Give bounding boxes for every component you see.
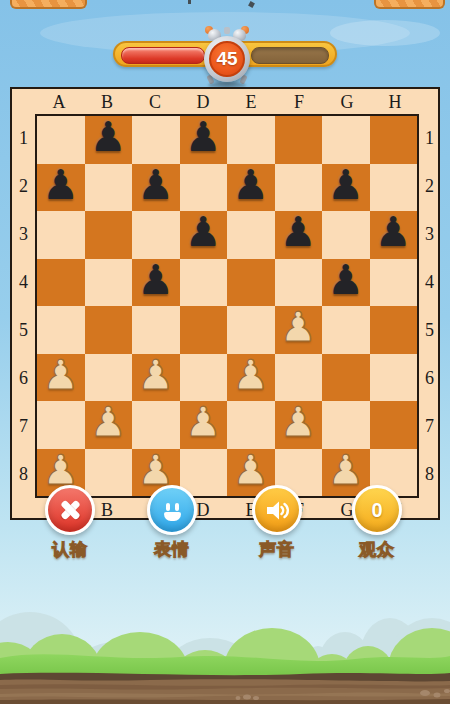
square-G4[interactable]: ♟	[322, 259, 370, 307]
square-G1[interactable]	[322, 116, 370, 164]
square-A5[interactable]	[37, 306, 85, 354]
black-pawn: ♟	[185, 212, 222, 253]
white-pawn: ♟	[280, 307, 317, 348]
rank-label-1: 1	[12, 114, 35, 162]
square-D5[interactable]	[180, 306, 228, 354]
square-C1[interactable]	[132, 116, 180, 164]
square-B5[interactable]	[85, 306, 133, 354]
alarm-clock-icon: 45	[201, 27, 253, 85]
chess-board: ♟♟♟♟♟♟♟♟♟♟♟♟♟♟♟♟♟♟♟♟♟♟	[35, 114, 419, 498]
square-G7[interactable]	[322, 401, 370, 449]
rank-label-6: 6	[12, 354, 35, 402]
square-A4[interactable]	[37, 259, 85, 307]
emote-button[interactable]	[147, 485, 197, 535]
square-G5[interactable]	[322, 306, 370, 354]
square-E4[interactable]	[227, 259, 275, 307]
rank-label-4: 4	[419, 258, 440, 306]
rank-label-2: 2	[419, 162, 440, 210]
square-F7[interactable]: ♟	[275, 401, 323, 449]
white-pawn: ♟	[280, 402, 317, 443]
file-label-H: H	[371, 89, 419, 116]
white-pawn: ♟	[42, 355, 79, 396]
top-left-plate-partial	[10, 0, 87, 9]
x-close-icon	[57, 497, 83, 523]
square-B6[interactable]	[85, 354, 133, 402]
black-pawn: ♟	[137, 260, 174, 301]
black-pawn: ♟	[90, 117, 127, 158]
square-D7[interactable]: ♟	[180, 401, 228, 449]
square-A1[interactable]	[37, 116, 85, 164]
square-H1[interactable]	[370, 116, 418, 164]
square-H3[interactable]: ♟	[370, 211, 418, 259]
square-F5[interactable]: ♟	[275, 306, 323, 354]
square-E2[interactable]: ♟	[227, 164, 275, 212]
square-E5[interactable]	[227, 306, 275, 354]
square-C3[interactable]	[132, 211, 180, 259]
square-C4[interactable]: ♟	[132, 259, 180, 307]
square-A3[interactable]	[37, 211, 85, 259]
game-screen: 45 ABCDEFGH ABCDEFGH 12345678 12345678 ♟…	[0, 0, 450, 704]
square-D3[interactable]: ♟	[180, 211, 228, 259]
black-pawn: ♟	[375, 212, 412, 253]
square-F2[interactable]	[275, 164, 323, 212]
black-pawn: ♟	[232, 165, 269, 206]
square-H7[interactable]	[370, 401, 418, 449]
black-pawn: ♟	[327, 260, 364, 301]
top-right-plate-partial	[374, 0, 445, 9]
white-pawn: ♟	[137, 355, 174, 396]
rank-label-5: 5	[12, 306, 35, 354]
rank-label-8: 8	[419, 450, 440, 498]
emote-label: 表情	[132, 538, 212, 561]
file-label-C: C	[131, 89, 179, 116]
timer-right-fill	[251, 47, 329, 64]
file-label-A: A	[35, 89, 83, 116]
square-C6[interactable]: ♟	[132, 354, 180, 402]
smiley-face-icon	[159, 497, 186, 524]
square-G6[interactable]	[322, 354, 370, 402]
rank-label-3: 3	[12, 210, 35, 258]
landscape-background	[0, 604, 450, 704]
square-A2[interactable]: ♟	[37, 164, 85, 212]
black-pawn: ♟	[42, 165, 79, 206]
speaker-sound-icon	[264, 497, 291, 524]
board-panel: ABCDEFGH ABCDEFGH 12345678 12345678 ♟♟♟♟…	[10, 87, 440, 520]
square-A7[interactable]	[37, 401, 85, 449]
resign-button[interactable]	[45, 485, 95, 535]
square-E7[interactable]	[227, 401, 275, 449]
square-F3[interactable]: ♟	[275, 211, 323, 259]
square-E1[interactable]	[227, 116, 275, 164]
timer-left-fill	[121, 47, 205, 64]
file-labels-top: ABCDEFGH	[35, 89, 419, 116]
spectators-label: 观众	[337, 538, 417, 561]
square-F4[interactable]	[275, 259, 323, 307]
file-label-D: D	[179, 89, 227, 116]
square-H2[interactable]	[370, 164, 418, 212]
square-F6[interactable]	[275, 354, 323, 402]
rank-label-4: 4	[12, 258, 35, 306]
square-D4[interactable]	[180, 259, 228, 307]
square-C7[interactable]	[132, 401, 180, 449]
decoration-speck	[248, 1, 255, 8]
rank-label-7: 7	[419, 402, 440, 450]
square-B1[interactable]: ♟	[85, 116, 133, 164]
square-E3[interactable]	[227, 211, 275, 259]
rank-labels-left: 12345678	[12, 114, 35, 498]
resign-label: 认输	[30, 538, 110, 561]
file-label-B: B	[83, 89, 131, 116]
square-H5[interactable]	[370, 306, 418, 354]
sound-label: 声音	[237, 538, 317, 561]
square-D2[interactable]	[180, 164, 228, 212]
square-B3[interactable]	[85, 211, 133, 259]
black-pawn: ♟	[327, 165, 364, 206]
black-pawn: ♟	[185, 117, 222, 158]
spectators-button[interactable]: 0	[352, 485, 402, 535]
black-pawn: ♟	[280, 212, 317, 253]
timer-value: 45	[216, 48, 237, 70]
square-F1[interactable]	[275, 116, 323, 164]
square-H4[interactable]	[370, 259, 418, 307]
square-G2[interactable]: ♟	[322, 164, 370, 212]
square-A6[interactable]: ♟	[37, 354, 85, 402]
white-pawn: ♟	[90, 402, 127, 443]
rank-label-6: 6	[419, 354, 440, 402]
square-D1[interactable]: ♟	[180, 116, 228, 164]
file-label-G: G	[323, 89, 371, 116]
square-H6[interactable]	[370, 354, 418, 402]
square-G3[interactable]	[322, 211, 370, 259]
rank-label-7: 7	[12, 402, 35, 450]
sound-button[interactable]	[252, 485, 302, 535]
square-B4[interactable]	[85, 259, 133, 307]
white-pawn: ♟	[185, 402, 222, 443]
rank-labels-right: 12345678	[419, 114, 440, 498]
square-C2[interactable]: ♟	[132, 164, 180, 212]
spectator-count: 0	[371, 499, 382, 522]
decoration-speck	[188, 0, 191, 4]
rank-label-3: 3	[419, 210, 440, 258]
rank-label-2: 2	[12, 162, 35, 210]
file-label-F: F	[275, 89, 323, 116]
square-B2[interactable]	[85, 164, 133, 212]
square-D6[interactable]	[180, 354, 228, 402]
rank-label-1: 1	[419, 114, 440, 162]
square-B7[interactable]: ♟	[85, 401, 133, 449]
file-label-E: E	[227, 89, 275, 116]
rank-label-5: 5	[419, 306, 440, 354]
black-pawn: ♟	[137, 165, 174, 206]
square-E6[interactable]: ♟	[227, 354, 275, 402]
cloud	[330, 20, 440, 46]
square-C5[interactable]	[132, 306, 180, 354]
white-pawn: ♟	[232, 355, 269, 396]
